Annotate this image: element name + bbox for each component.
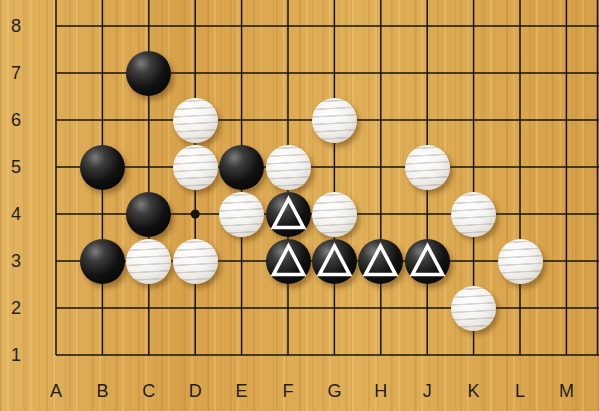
stone-white-D6[interactable] [173, 98, 218, 143]
col-label-F: F [278, 379, 298, 403]
stone-white-K4[interactable] [451, 192, 496, 237]
stone-black-C4[interactable] [126, 192, 171, 237]
row-label-2: 2 [6, 296, 26, 320]
row-label-1: 1 [6, 343, 26, 367]
triangle-marker-icon [358, 239, 403, 284]
col-label-M: M [556, 379, 576, 403]
stone-black-H3-triangle[interactable] [358, 239, 403, 284]
col-label-E: E [232, 379, 252, 403]
go-board[interactable]: ABCDEFGHJKLM87654321 [0, 0, 599, 411]
col-label-A: A [46, 379, 66, 403]
stone-white-C3[interactable] [126, 239, 171, 284]
col-label-K: K [464, 379, 484, 403]
stone-white-K2[interactable] [451, 286, 496, 331]
col-label-B: B [92, 379, 112, 403]
col-label-D: D [185, 379, 205, 403]
stone-black-B3[interactable] [80, 239, 125, 284]
stone-white-D3[interactable] [173, 239, 218, 284]
row-label-7: 7 [6, 61, 26, 85]
stone-black-J3-triangle[interactable] [405, 239, 450, 284]
row-label-3: 3 [6, 249, 26, 273]
row-label-8: 8 [6, 14, 26, 38]
stone-black-C7[interactable] [126, 51, 171, 96]
stone-white-L3[interactable] [498, 239, 543, 284]
row-label-5: 5 [6, 155, 26, 179]
stone-black-F3-triangle[interactable] [266, 239, 311, 284]
stone-black-G3-triangle[interactable] [312, 239, 357, 284]
row-label-4: 4 [6, 202, 26, 226]
col-label-G: G [324, 379, 344, 403]
col-label-J: J [417, 379, 437, 403]
triangle-marker-icon [266, 192, 311, 237]
col-label-L: L [510, 379, 530, 403]
stone-white-D5[interactable] [173, 145, 218, 190]
stone-white-J5[interactable] [405, 145, 450, 190]
stone-black-E5[interactable] [219, 145, 264, 190]
row-label-6: 6 [6, 108, 26, 132]
stone-black-F4-triangle[interactable] [266, 192, 311, 237]
col-label-C: C [139, 379, 159, 403]
stone-black-B5[interactable] [80, 145, 125, 190]
stone-white-E4[interactable] [219, 192, 264, 237]
stone-white-G4[interactable] [312, 192, 357, 237]
triangle-marker-icon [405, 239, 450, 284]
stone-white-G6[interactable] [312, 98, 357, 143]
col-label-H: H [371, 379, 391, 403]
stone-white-F5[interactable] [266, 145, 311, 190]
triangle-marker-icon [312, 239, 357, 284]
triangle-marker-icon [266, 239, 311, 284]
hoshi-point-D4 [191, 210, 200, 219]
